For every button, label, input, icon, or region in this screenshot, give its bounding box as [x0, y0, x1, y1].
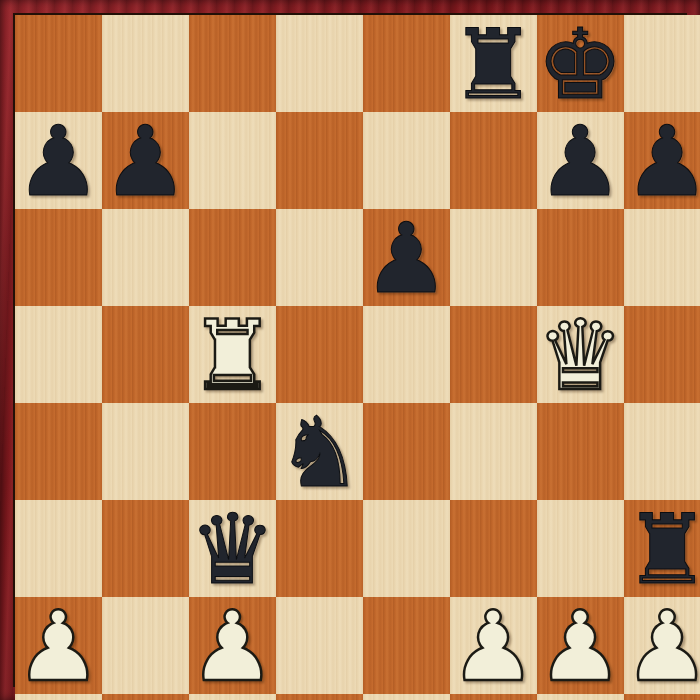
square-g4[interactable]: [537, 403, 624, 500]
square-b4[interactable]: [102, 403, 189, 500]
white-king[interactable]: ♚: [537, 695, 624, 700]
square-h4[interactable]: [624, 403, 700, 500]
square-d3[interactable]: [276, 500, 363, 597]
square-d8[interactable]: [276, 15, 363, 112]
square-g6[interactable]: [537, 209, 624, 306]
white-pawn[interactable]: ♟: [537, 598, 624, 695]
black-pawn[interactable]: ♟: [102, 113, 189, 210]
square-f8[interactable]: ♜: [450, 15, 537, 112]
square-b2[interactable]: [102, 597, 189, 694]
black-pawn[interactable]: ♟: [624, 113, 700, 210]
page: ♜♚♟♟♟♟♟♜♛♞♛♜♟♟♟♟♟♜♚: [0, 0, 700, 700]
square-e6[interactable]: ♟: [363, 209, 450, 306]
black-pawn[interactable]: ♟: [15, 113, 102, 210]
square-e1[interactable]: [363, 694, 450, 700]
board-frame: ♜♚♟♟♟♟♟♜♛♞♛♜♟♟♟♟♟♜♚: [0, 0, 700, 700]
white-pawn[interactable]: ♟: [450, 598, 537, 695]
square-b1[interactable]: [102, 694, 189, 700]
black-knight[interactable]: ♞: [276, 404, 363, 501]
square-h3[interactable]: ♜: [624, 500, 700, 597]
square-g5[interactable]: ♛: [537, 306, 624, 403]
square-h2[interactable]: ♟: [624, 597, 700, 694]
square-d6[interactable]: [276, 209, 363, 306]
square-d2[interactable]: [276, 597, 363, 694]
square-c2[interactable]: ♟: [189, 597, 276, 694]
square-f5[interactable]: [450, 306, 537, 403]
white-pawn[interactable]: ♟: [189, 598, 276, 695]
square-c5[interactable]: ♜: [189, 306, 276, 403]
square-b5[interactable]: [102, 306, 189, 403]
square-h5[interactable]: [624, 306, 700, 403]
black-rook[interactable]: ♜: [450, 16, 537, 113]
square-h7[interactable]: ♟: [624, 112, 700, 209]
square-f6[interactable]: [450, 209, 537, 306]
square-e3[interactable]: [363, 500, 450, 597]
black-rook[interactable]: ♜: [624, 501, 700, 598]
square-e7[interactable]: [363, 112, 450, 209]
square-h8[interactable]: [624, 15, 700, 112]
square-d1[interactable]: [276, 694, 363, 700]
black-pawn[interactable]: ♟: [537, 113, 624, 210]
square-g2[interactable]: ♟: [537, 597, 624, 694]
black-queen[interactable]: ♛: [189, 501, 276, 598]
white-queen[interactable]: ♛: [537, 307, 624, 404]
square-a7[interactable]: ♟: [15, 112, 102, 209]
square-a8[interactable]: [15, 15, 102, 112]
square-a5[interactable]: [15, 306, 102, 403]
square-a2[interactable]: ♟: [15, 597, 102, 694]
square-d7[interactable]: [276, 112, 363, 209]
square-a6[interactable]: [15, 209, 102, 306]
square-e4[interactable]: [363, 403, 450, 500]
square-g3[interactable]: [537, 500, 624, 597]
square-g8[interactable]: ♚: [537, 15, 624, 112]
white-pawn[interactable]: ♟: [624, 598, 700, 695]
square-b6[interactable]: [102, 209, 189, 306]
square-b8[interactable]: [102, 15, 189, 112]
square-e5[interactable]: [363, 306, 450, 403]
square-f7[interactable]: [450, 112, 537, 209]
square-a4[interactable]: [15, 403, 102, 500]
square-e8[interactable]: [363, 15, 450, 112]
square-a3[interactable]: [15, 500, 102, 597]
square-b7[interactable]: ♟: [102, 112, 189, 209]
square-c4[interactable]: [189, 403, 276, 500]
square-g7[interactable]: ♟: [537, 112, 624, 209]
square-c7[interactable]: [189, 112, 276, 209]
square-b3[interactable]: [102, 500, 189, 597]
square-f1[interactable]: ♜: [450, 694, 537, 700]
chess-board: ♜♚♟♟♟♟♟♜♛♞♛♜♟♟♟♟♟♜♚: [13, 13, 687, 687]
square-c6[interactable]: [189, 209, 276, 306]
square-g1[interactable]: ♚: [537, 694, 624, 700]
square-d4[interactable]: ♞: [276, 403, 363, 500]
square-f3[interactable]: [450, 500, 537, 597]
black-pawn[interactable]: ♟: [363, 210, 450, 307]
white-rook[interactable]: ♜: [450, 695, 537, 700]
square-c8[interactable]: [189, 15, 276, 112]
square-d5[interactable]: [276, 306, 363, 403]
square-f2[interactable]: ♟: [450, 597, 537, 694]
square-c3[interactable]: ♛: [189, 500, 276, 597]
square-h6[interactable]: [624, 209, 700, 306]
white-pawn[interactable]: ♟: [15, 598, 102, 695]
white-rook[interactable]: ♜: [189, 307, 276, 404]
square-f4[interactable]: [450, 403, 537, 500]
black-king[interactable]: ♚: [537, 16, 624, 113]
square-e2[interactable]: [363, 597, 450, 694]
